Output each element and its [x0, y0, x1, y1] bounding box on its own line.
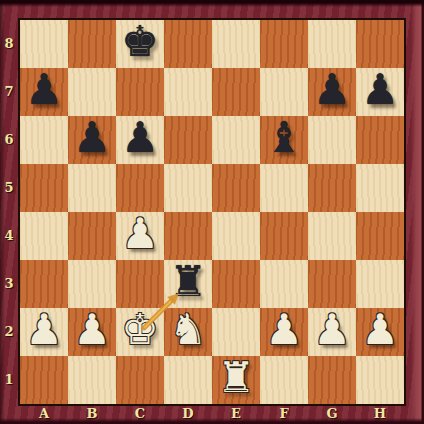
square-e5[interactable] [212, 164, 260, 212]
piece-white-pawn[interactable]: ♟ [121, 210, 159, 258]
piece-white-pawn[interactable]: ♟ [313, 306, 351, 354]
board-frame: 87654321 ABCDEFGH ♚♟♟♟♟♟♝♟♜♟♟♚♞♟♟♟♜ [0, 0, 424, 424]
file-label-e: E [212, 404, 260, 424]
square-g2[interactable]: ♟ [308, 308, 356, 356]
square-h2[interactable]: ♟ [356, 308, 404, 356]
square-b7[interactable] [68, 68, 116, 116]
rank-labels: 87654321 [0, 20, 18, 404]
square-a7[interactable]: ♟ [20, 68, 68, 116]
square-a5[interactable] [20, 164, 68, 212]
square-e8[interactable] [212, 20, 260, 68]
square-b5[interactable] [68, 164, 116, 212]
square-g3[interactable] [308, 260, 356, 308]
square-d4[interactable] [164, 212, 212, 260]
piece-black-pawn[interactable]: ♟ [121, 114, 159, 162]
square-h8[interactable] [356, 20, 404, 68]
square-e2[interactable] [212, 308, 260, 356]
square-a2[interactable]: ♟ [20, 308, 68, 356]
rank-label-1: 1 [0, 356, 18, 404]
square-g4[interactable] [308, 212, 356, 260]
square-h5[interactable] [356, 164, 404, 212]
square-g6[interactable] [308, 116, 356, 164]
square-d5[interactable] [164, 164, 212, 212]
square-f8[interactable] [260, 20, 308, 68]
file-label-d: D [164, 404, 212, 424]
square-h6[interactable] [356, 116, 404, 164]
square-e4[interactable] [212, 212, 260, 260]
piece-white-knight[interactable]: ♞ [169, 306, 207, 354]
square-a8[interactable] [20, 20, 68, 68]
square-g8[interactable] [308, 20, 356, 68]
square-c7[interactable] [116, 68, 164, 116]
square-c8[interactable]: ♚ [116, 20, 164, 68]
square-d8[interactable] [164, 20, 212, 68]
rank-label-5: 5 [0, 164, 18, 212]
square-d2[interactable]: ♞ [164, 308, 212, 356]
square-b6[interactable]: ♟ [68, 116, 116, 164]
rank-label-2: 2 [0, 308, 18, 356]
square-b4[interactable] [68, 212, 116, 260]
piece-black-pawn[interactable]: ♟ [73, 114, 111, 162]
piece-black-bishop[interactable]: ♝ [265, 114, 303, 162]
square-b2[interactable]: ♟ [68, 308, 116, 356]
piece-white-rook[interactable]: ♜ [217, 354, 255, 402]
square-a4[interactable] [20, 212, 68, 260]
rank-label-6: 6 [0, 116, 18, 164]
square-f5[interactable] [260, 164, 308, 212]
square-g1[interactable] [308, 356, 356, 404]
square-e6[interactable] [212, 116, 260, 164]
file-label-b: B [68, 404, 116, 424]
square-b8[interactable] [68, 20, 116, 68]
square-e7[interactable] [212, 68, 260, 116]
square-f6[interactable]: ♝ [260, 116, 308, 164]
square-e3[interactable] [212, 260, 260, 308]
square-g5[interactable] [308, 164, 356, 212]
square-d1[interactable] [164, 356, 212, 404]
square-a6[interactable] [20, 116, 68, 164]
rank-label-4: 4 [0, 212, 18, 260]
square-d6[interactable] [164, 116, 212, 164]
square-h4[interactable] [356, 212, 404, 260]
rank-label-7: 7 [0, 68, 18, 116]
piece-black-pawn[interactable]: ♟ [25, 66, 63, 114]
file-label-g: G [308, 404, 356, 424]
piece-black-rook[interactable]: ♜ [169, 258, 207, 306]
piece-white-pawn[interactable]: ♟ [265, 306, 303, 354]
file-label-c: C [116, 404, 164, 424]
square-a1[interactable] [20, 356, 68, 404]
square-h1[interactable] [356, 356, 404, 404]
piece-white-king[interactable]: ♚ [121, 306, 159, 354]
square-d3[interactable]: ♜ [164, 260, 212, 308]
piece-black-pawn[interactable]: ♟ [313, 66, 351, 114]
rank-label-3: 3 [0, 260, 18, 308]
piece-white-pawn[interactable]: ♟ [73, 306, 111, 354]
square-f7[interactable] [260, 68, 308, 116]
chess-board: ♚♟♟♟♟♟♝♟♜♟♟♚♞♟♟♟♜ [18, 18, 406, 406]
piece-black-pawn[interactable]: ♟ [361, 66, 399, 114]
square-c1[interactable] [116, 356, 164, 404]
file-label-f: F [260, 404, 308, 424]
square-b1[interactable] [68, 356, 116, 404]
square-c3[interactable] [116, 260, 164, 308]
square-c4[interactable]: ♟ [116, 212, 164, 260]
square-f2[interactable]: ♟ [260, 308, 308, 356]
square-h7[interactable]: ♟ [356, 68, 404, 116]
square-f4[interactable] [260, 212, 308, 260]
square-c2[interactable]: ♚ [116, 308, 164, 356]
square-a3[interactable] [20, 260, 68, 308]
rank-label-8: 8 [0, 20, 18, 68]
square-f3[interactable] [260, 260, 308, 308]
square-h3[interactable] [356, 260, 404, 308]
square-g7[interactable]: ♟ [308, 68, 356, 116]
file-labels: ABCDEFGH [20, 404, 404, 424]
piece-white-pawn[interactable]: ♟ [361, 306, 399, 354]
square-c5[interactable] [116, 164, 164, 212]
square-c6[interactable]: ♟ [116, 116, 164, 164]
square-d7[interactable] [164, 68, 212, 116]
file-label-a: A [20, 404, 68, 424]
square-b3[interactable] [68, 260, 116, 308]
square-e1[interactable]: ♜ [212, 356, 260, 404]
piece-white-pawn[interactable]: ♟ [25, 306, 63, 354]
file-label-h: H [356, 404, 404, 424]
piece-black-king[interactable]: ♚ [121, 18, 159, 66]
square-f1[interactable] [260, 356, 308, 404]
